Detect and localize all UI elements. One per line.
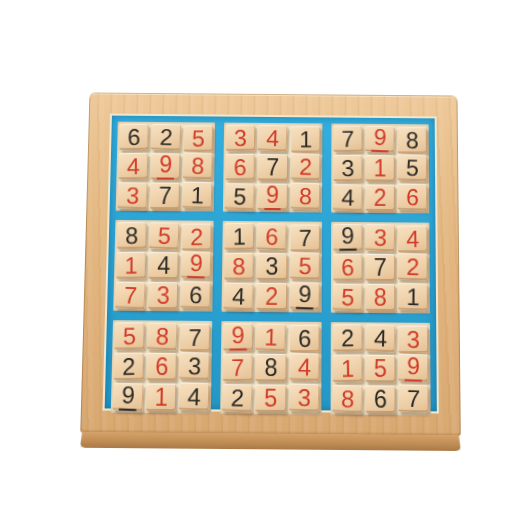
board-3d-wrapper: 6254983713416725987983154268521497361678… bbox=[80, 92, 461, 451]
tile-r7c4[interactable]: 9 bbox=[223, 323, 253, 351]
tile-r6c7[interactable]: 5 bbox=[332, 283, 363, 311]
tile-digit: 9 bbox=[405, 354, 423, 382]
tile-digit: 1 bbox=[154, 385, 168, 409]
tile-r4c4[interactable]: 1 bbox=[225, 223, 255, 250]
tile-digit: 4 bbox=[297, 355, 311, 380]
tile-r6c4[interactable]: 4 bbox=[224, 282, 255, 310]
block-r3c1: 587263914 bbox=[111, 320, 213, 414]
tile-r5c8[interactable]: 7 bbox=[365, 254, 395, 281]
tile-r4c3[interactable]: 2 bbox=[182, 224, 212, 251]
tile-digit: 6 bbox=[128, 125, 141, 148]
tile-r3c4[interactable]: 5 bbox=[225, 183, 255, 211]
tile-digit: 3 bbox=[373, 226, 387, 250]
tile-digit: 3 bbox=[156, 284, 170, 308]
tile-digit: 1 bbox=[406, 285, 419, 309]
tile-r3c2[interactable]: 7 bbox=[150, 183, 180, 210]
tile-digit: 3 bbox=[126, 184, 140, 208]
tile-r8c4[interactable]: 7 bbox=[223, 353, 253, 381]
tile-digit: 6 bbox=[406, 185, 419, 209]
tile-digit: 3 bbox=[188, 354, 202, 379]
tile-digit: 3 bbox=[341, 156, 354, 179]
tile-digit: 3 bbox=[234, 126, 247, 149]
tile-digit: 7 bbox=[298, 226, 311, 250]
block-r2c3: 934672581 bbox=[331, 222, 430, 314]
tile-r3c7[interactable]: 4 bbox=[332, 184, 362, 212]
tile-digit: 2 bbox=[406, 255, 419, 279]
tile-digit: 8 bbox=[155, 324, 169, 349]
tile-r7c2[interactable]: 8 bbox=[147, 322, 178, 350]
tile-digit: 3 bbox=[265, 255, 278, 279]
tile-digit: 9 bbox=[371, 126, 389, 153]
tile-digit: 6 bbox=[298, 326, 311, 350]
tile-digit: 4 bbox=[187, 384, 201, 409]
tile-r1c4[interactable]: 3 bbox=[226, 125, 256, 152]
tile-r8c2[interactable]: 6 bbox=[147, 353, 177, 381]
tile-r6c5[interactable]: 2 bbox=[257, 283, 287, 310]
tile-r2c7[interactable]: 3 bbox=[333, 155, 363, 182]
tile-r6c1[interactable]: 7 bbox=[115, 281, 146, 309]
tile-r7c3[interactable]: 7 bbox=[180, 324, 210, 351]
board-frame: 6254983713416725987983154268521497361678… bbox=[80, 92, 460, 436]
tile-digit: 8 bbox=[406, 129, 419, 152]
tile-digit: 1 bbox=[191, 183, 205, 207]
tile-r9c9[interactable]: 7 bbox=[398, 384, 428, 412]
tile-r8c3[interactable]: 3 bbox=[179, 352, 210, 380]
tile-digit: 1 bbox=[125, 253, 138, 277]
tile-r7c6[interactable]: 6 bbox=[289, 325, 319, 352]
tile-digit: 2 bbox=[159, 125, 173, 149]
tile-r6c6[interactable]: 9 bbox=[289, 282, 319, 310]
tile-digit: 7 bbox=[189, 326, 202, 350]
tile-r5c2[interactable]: 4 bbox=[149, 252, 179, 279]
tile-r6c9[interactable]: 1 bbox=[398, 283, 428, 311]
tile-digit: 5 bbox=[123, 324, 136, 348]
tile-r4c2[interactable]: 5 bbox=[149, 222, 180, 250]
tile-digit: 4 bbox=[266, 126, 280, 150]
block-r3c3: 243159867 bbox=[330, 322, 430, 416]
tile-digit: 5 bbox=[341, 285, 355, 309]
tile-r2c3[interactable]: 8 bbox=[183, 152, 213, 179]
tile-r9c1[interactable]: 9 bbox=[112, 383, 143, 412]
tile-digit: 7 bbox=[231, 355, 244, 379]
tile-r1c2[interactable]: 2 bbox=[151, 124, 181, 151]
tile-r6c3[interactable]: 6 bbox=[181, 281, 212, 309]
tile-digit: 4 bbox=[157, 254, 170, 278]
frame-side-edge bbox=[80, 432, 461, 451]
block-r3c2: 916784253 bbox=[220, 321, 321, 415]
tile-digit: 7 bbox=[407, 386, 421, 411]
tile-r3c6[interactable]: 8 bbox=[290, 182, 320, 209]
tile-digit: 2 bbox=[231, 386, 245, 411]
tile-r9c7[interactable]: 8 bbox=[332, 385, 363, 414]
tile-digit: 9 bbox=[119, 383, 138, 411]
tile-digit: 7 bbox=[266, 156, 279, 179]
tile-digit: 4 bbox=[406, 227, 419, 251]
tile-digit: 9 bbox=[296, 282, 314, 309]
tile-r4c5[interactable]: 6 bbox=[257, 223, 288, 251]
tile-digit: 5 bbox=[264, 386, 277, 410]
tile-r3c5[interactable]: 9 bbox=[258, 183, 288, 210]
tile-digit: 8 bbox=[191, 154, 205, 178]
tile-r7c5[interactable]: 1 bbox=[256, 323, 287, 351]
block-r1c2: 341672598 bbox=[223, 123, 322, 213]
tile-digit: 9 bbox=[157, 153, 174, 179]
tile-digit: 8 bbox=[298, 184, 311, 208]
sudoku-board: 6254983713416725987983154268521497361678… bbox=[87, 92, 458, 439]
tile-digit: 5 bbox=[157, 224, 171, 248]
tile-r7c1[interactable]: 5 bbox=[115, 322, 145, 350]
tile-r5c7[interactable]: 6 bbox=[332, 254, 362, 281]
tile-r3c3[interactable]: 1 bbox=[182, 182, 212, 209]
tile-r6c2[interactable]: 3 bbox=[148, 282, 178, 309]
tile-digit: 8 bbox=[233, 254, 246, 278]
tile-digit: 6 bbox=[155, 355, 169, 379]
tile-digit: 1 bbox=[373, 157, 386, 180]
tile-r9c8[interactable]: 6 bbox=[365, 385, 395, 413]
tile-r6c8[interactable]: 8 bbox=[365, 284, 395, 311]
tile-r2c1[interactable]: 4 bbox=[119, 153, 148, 180]
tile-digit: 1 bbox=[233, 224, 246, 248]
tile-r8c6[interactable]: 4 bbox=[289, 353, 320, 381]
tile-r7c8[interactable]: 4 bbox=[365, 324, 396, 352]
tile-r1c1[interactable]: 6 bbox=[119, 124, 148, 151]
tile-digit: 3 bbox=[297, 385, 311, 410]
tile-digit: 2 bbox=[374, 186, 387, 210]
tile-digit: 7 bbox=[374, 256, 387, 280]
tile-digit: 8 bbox=[125, 224, 138, 248]
tile-r1c3[interactable]: 5 bbox=[184, 125, 213, 151]
tile-r4c9[interactable]: 4 bbox=[398, 226, 428, 253]
tile-digit: 2 bbox=[341, 326, 355, 350]
tile-r4c7[interactable]: 9 bbox=[333, 224, 363, 251]
tile-digit: 6 bbox=[374, 387, 387, 411]
tile-r3c1[interactable]: 3 bbox=[117, 182, 148, 210]
tile-r9c2[interactable]: 1 bbox=[146, 383, 177, 411]
tile-digit: 6 bbox=[265, 225, 279, 249]
tile-r2c4[interactable]: 6 bbox=[226, 154, 256, 181]
tile-digit: 6 bbox=[341, 255, 355, 279]
tile-digit: 1 bbox=[341, 356, 355, 380]
tile-digit: 4 bbox=[232, 284, 246, 308]
tile-r8c9[interactable]: 9 bbox=[398, 354, 428, 382]
tile-digit: 1 bbox=[264, 325, 278, 350]
tile-digit: 5 bbox=[374, 356, 387, 380]
tile-digit: 4 bbox=[127, 154, 140, 177]
tile-r1c6[interactable]: 1 bbox=[291, 126, 320, 152]
tile-r9c5[interactable]: 5 bbox=[256, 384, 286, 412]
tile-r4c6[interactable]: 7 bbox=[290, 225, 320, 252]
tile-digit: 9 bbox=[230, 323, 247, 350]
tile-r4c8[interactable]: 3 bbox=[365, 224, 395, 252]
tile-r9c6[interactable]: 3 bbox=[289, 383, 320, 411]
tile-digit: 7 bbox=[158, 184, 171, 208]
tile-r5c9[interactable]: 2 bbox=[398, 253, 428, 281]
tile-r8c5[interactable]: 8 bbox=[256, 354, 286, 382]
tile-digit: 5 bbox=[233, 185, 247, 209]
tile-digit: 6 bbox=[189, 283, 203, 307]
tile-digit: 5 bbox=[192, 127, 205, 150]
tile-digit: 9 bbox=[264, 184, 281, 211]
tile-digit: 9 bbox=[339, 224, 357, 251]
tile-digit: 2 bbox=[265, 285, 278, 309]
tile-digit: 8 bbox=[264, 355, 277, 379]
tile-r5c4[interactable]: 8 bbox=[224, 253, 254, 280]
tile-r8c8[interactable]: 5 bbox=[365, 355, 395, 383]
block-r2c2: 167835429 bbox=[222, 221, 322, 313]
tile-r2c2[interactable]: 9 bbox=[151, 153, 181, 180]
tile-r9c4[interactable]: 2 bbox=[222, 384, 253, 413]
tile-digit: 2 bbox=[190, 225, 203, 249]
tile-r4c1[interactable]: 8 bbox=[117, 222, 147, 249]
tile-r1c8[interactable]: 9 bbox=[365, 125, 395, 152]
tile-r3c9[interactable]: 6 bbox=[398, 183, 428, 210]
block-r2c1: 852149736 bbox=[113, 220, 214, 312]
tile-digit: 1 bbox=[299, 128, 312, 151]
tile-digit: 6 bbox=[234, 155, 247, 178]
tile-digit: 7 bbox=[341, 127, 354, 150]
tile-r2c5[interactable]: 7 bbox=[258, 154, 288, 181]
tile-r5c1[interactable]: 1 bbox=[116, 252, 146, 279]
tile-digit: 7 bbox=[123, 283, 137, 307]
tile-digit: 9 bbox=[188, 251, 206, 278]
tile-digit: 8 bbox=[374, 285, 387, 309]
tile-digit: 2 bbox=[122, 354, 135, 378]
tile-digit: 4 bbox=[341, 186, 355, 210]
tile-r7c9[interactable]: 3 bbox=[398, 326, 428, 353]
tile-r8c7[interactable]: 1 bbox=[332, 354, 362, 382]
board-surface: 6254983713416725987983154268521497361678… bbox=[103, 114, 439, 414]
tile-digit: 4 bbox=[373, 326, 387, 351]
block-r1c3: 798315426 bbox=[331, 124, 429, 214]
tile-r1c9[interactable]: 8 bbox=[397, 127, 427, 153]
tile-digit: 3 bbox=[406, 327, 419, 351]
tile-digit: 5 bbox=[406, 156, 419, 180]
tile-r3c8[interactable]: 2 bbox=[365, 184, 394, 211]
tile-r1c5[interactable]: 4 bbox=[258, 124, 288, 151]
photo-background: 6254983713416725987983154268521497361678… bbox=[0, 0, 512, 512]
tile-r9c3[interactable]: 4 bbox=[179, 382, 210, 410]
tile-digit: 8 bbox=[340, 387, 354, 412]
tile-r8c1[interactable]: 2 bbox=[114, 353, 144, 381]
tile-r7c7[interactable]: 2 bbox=[332, 324, 362, 352]
block-r1c1: 625498371 bbox=[116, 122, 216, 212]
tile-r2c8[interactable]: 1 bbox=[365, 155, 394, 182]
tile-digit: 2 bbox=[298, 155, 311, 179]
tile-r5c3[interactable]: 9 bbox=[181, 251, 212, 279]
tile-r5c5[interactable]: 3 bbox=[257, 253, 287, 280]
tile-r2c9[interactable]: 5 bbox=[397, 154, 427, 181]
tile-r1c7[interactable]: 7 bbox=[333, 125, 363, 152]
tile-digit: 5 bbox=[298, 254, 312, 278]
tile-r5c6[interactable]: 5 bbox=[290, 252, 320, 280]
tile-r2c6[interactable]: 2 bbox=[290, 153, 320, 180]
